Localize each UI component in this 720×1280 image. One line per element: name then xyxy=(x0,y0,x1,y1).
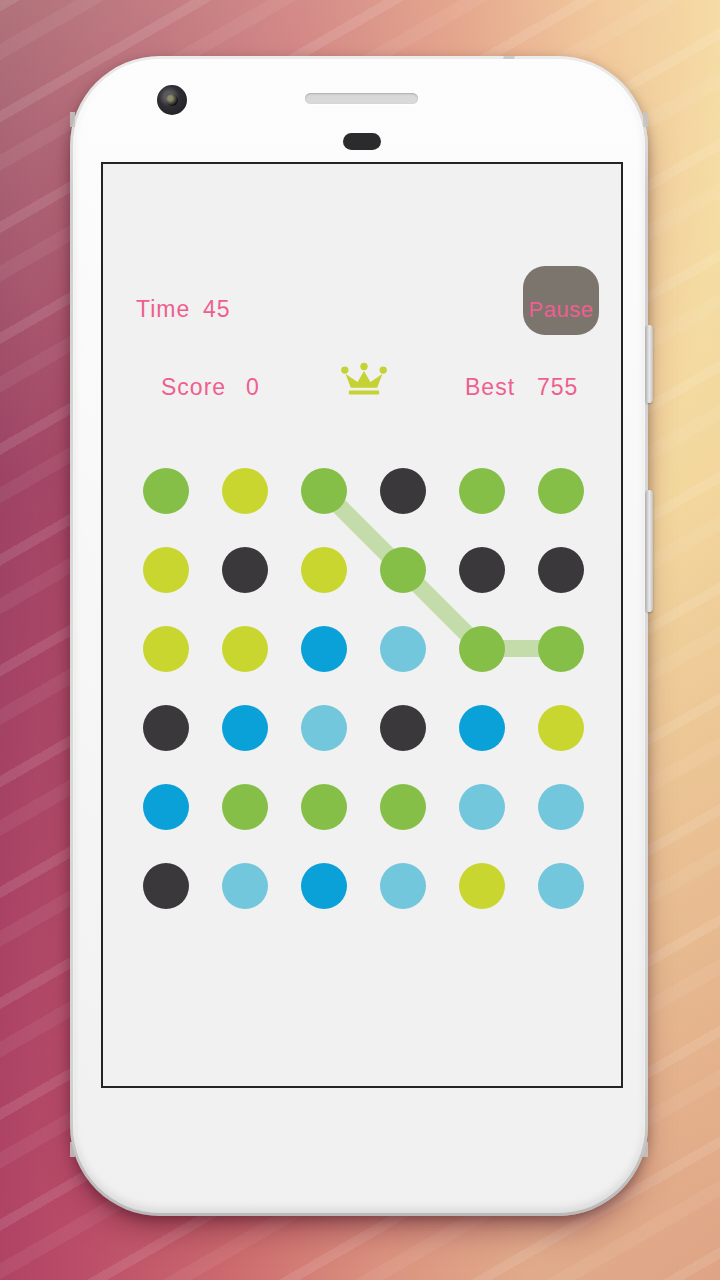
earpiece-speaker-icon xyxy=(305,93,418,104)
power-button xyxy=(645,325,653,403)
score-value: 0 xyxy=(246,374,260,401)
dot-green-r5c3[interactable] xyxy=(301,784,347,830)
dot-cyan-r6c6[interactable] xyxy=(538,863,584,909)
cell-r2c3 xyxy=(284,530,363,609)
time-label: Time xyxy=(136,296,190,323)
best-value: 755 xyxy=(537,374,578,401)
dot-cyan-r6c4[interactable] xyxy=(380,863,426,909)
dot-dark-r2c2[interactable] xyxy=(222,547,268,593)
dot-green-r5c4[interactable] xyxy=(380,784,426,830)
dot-dark-r2c5[interactable] xyxy=(459,547,505,593)
cell-r2c5 xyxy=(442,530,521,609)
front-camera-icon xyxy=(157,85,187,115)
crown-icon xyxy=(340,361,388,400)
cell-r4c4 xyxy=(363,688,442,767)
antenna-line-right-top xyxy=(643,112,648,127)
board-grid[interactable] xyxy=(126,451,600,925)
dot-blue-r6c3[interactable] xyxy=(301,863,347,909)
cell-r1c6 xyxy=(521,451,600,530)
cell-r1c1 xyxy=(126,451,205,530)
game-screen: Time 45 Pause Score 0 Best 755 xyxy=(101,162,623,1088)
dot-lime-r4c6[interactable] xyxy=(538,705,584,751)
score-label: Score xyxy=(161,374,226,401)
dot-green-r1c1[interactable] xyxy=(143,468,189,514)
dot-dark-r4c1[interactable] xyxy=(143,705,189,751)
dot-blue-r3c3[interactable] xyxy=(301,626,347,672)
dot-blue-r5c1[interactable] xyxy=(143,784,189,830)
dot-green-r1c6[interactable] xyxy=(538,468,584,514)
phone-frame: Time 45 Pause Score 0 Best 755 xyxy=(70,56,648,1216)
cell-r4c5 xyxy=(442,688,521,767)
cell-r1c5 xyxy=(442,451,521,530)
antenna-line-left-top xyxy=(70,112,75,127)
dot-lime-r2c3[interactable] xyxy=(301,547,347,593)
dot-lime-r2c1[interactable] xyxy=(143,547,189,593)
cell-r6c2 xyxy=(205,846,284,925)
dot-cyan-r3c4[interactable] xyxy=(380,626,426,672)
cell-r3c6 xyxy=(521,609,600,688)
time-value: 45 xyxy=(203,296,231,323)
antenna-line-right-bottom xyxy=(643,1142,648,1157)
dot-cyan-r4c3[interactable] xyxy=(301,705,347,751)
cell-r1c4 xyxy=(363,451,442,530)
cell-r2c4 xyxy=(363,530,442,609)
dot-cyan-r5c6[interactable] xyxy=(538,784,584,830)
cell-r4c1 xyxy=(126,688,205,767)
dot-lime-r3c1[interactable] xyxy=(143,626,189,672)
dot-blue-r4c5[interactable] xyxy=(459,705,505,751)
cell-r4c6 xyxy=(521,688,600,767)
dot-dark-r2c6[interactable] xyxy=(538,547,584,593)
cell-r6c5 xyxy=(442,846,521,925)
cell-r6c6 xyxy=(521,846,600,925)
dot-lime-r1c2[interactable] xyxy=(222,468,268,514)
cell-r3c1 xyxy=(126,609,205,688)
cell-r2c2 xyxy=(205,530,284,609)
cell-r5c4 xyxy=(363,767,442,846)
volume-button xyxy=(645,490,653,612)
dot-green-r5c2[interactable] xyxy=(222,784,268,830)
dot-cyan-r6c2[interactable] xyxy=(222,863,268,909)
dot-dark-r6c1[interactable] xyxy=(143,863,189,909)
dot-green-r1c5[interactable] xyxy=(459,468,505,514)
cell-r6c4 xyxy=(363,846,442,925)
dot-lime-r6c5[interactable] xyxy=(459,863,505,909)
cell-r5c5 xyxy=(442,767,521,846)
cell-r3c3 xyxy=(284,609,363,688)
dot-green-r3c6[interactable] xyxy=(538,626,584,672)
cell-r6c1 xyxy=(126,846,205,925)
cell-r3c4 xyxy=(363,609,442,688)
camera-lens-icon xyxy=(166,94,178,106)
cell-r4c3 xyxy=(284,688,363,767)
dot-lime-r3c2[interactable] xyxy=(222,626,268,672)
dot-dark-r1c4[interactable] xyxy=(380,468,426,514)
cell-r5c6 xyxy=(521,767,600,846)
cell-r5c2 xyxy=(205,767,284,846)
cell-r6c3 xyxy=(284,846,363,925)
dot-cyan-r5c5[interactable] xyxy=(459,784,505,830)
dot-green-r3c5[interactable] xyxy=(459,626,505,672)
front-sensor-pill-icon xyxy=(343,133,381,150)
cell-r5c3 xyxy=(284,767,363,846)
cell-r4c2 xyxy=(205,688,284,767)
cell-r5c1 xyxy=(126,767,205,846)
cell-r3c2 xyxy=(205,609,284,688)
dot-dark-r4c4[interactable] xyxy=(380,705,426,751)
cell-r3c5 xyxy=(442,609,521,688)
dot-blue-r4c2[interactable] xyxy=(222,705,268,751)
cell-r2c1 xyxy=(126,530,205,609)
cell-r2c6 xyxy=(521,530,600,609)
dot-green-r1c3[interactable] xyxy=(301,468,347,514)
best-label: Best xyxy=(465,374,515,401)
phone-body: Time 45 Pause Score 0 Best 755 xyxy=(73,59,645,1213)
dot-green-r2c4[interactable] xyxy=(380,547,426,593)
pause-button[interactable]: Pause xyxy=(523,266,599,335)
board[interactable] xyxy=(126,451,600,925)
cell-r1c3 xyxy=(284,451,363,530)
cell-r1c2 xyxy=(205,451,284,530)
